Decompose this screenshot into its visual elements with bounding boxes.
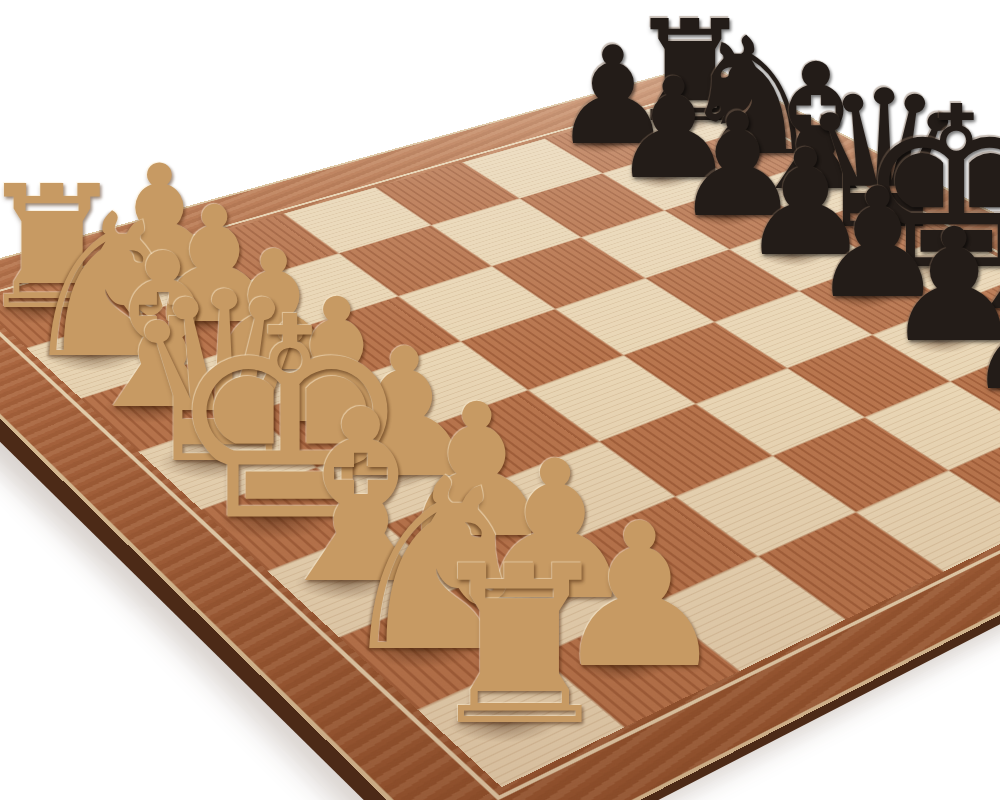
chessboard-photo: ♜♞♝♛♚♝♞♜♟♟♟♟♟♟♟♟♟♟♟♟♟♟♟♟♜♞♝♛♚♝♞♜ bbox=[0, 0, 1000, 800]
chess-board bbox=[0, 62, 1000, 800]
board-grid bbox=[0, 95, 1000, 787]
